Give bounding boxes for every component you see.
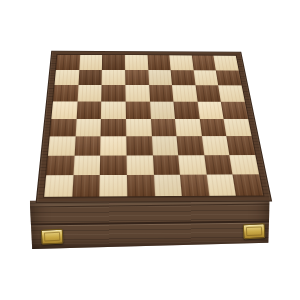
square-a3 <box>47 136 74 155</box>
square-h5 <box>221 101 248 118</box>
square-c8 <box>102 55 125 70</box>
square-f6 <box>172 85 197 101</box>
square-e7 <box>147 69 171 84</box>
square-f2 <box>178 155 206 175</box>
square-b8 <box>79 54 102 69</box>
square-c6 <box>101 85 125 101</box>
square-f4 <box>175 118 202 136</box>
square-f1 <box>180 174 209 195</box>
square-a5 <box>51 101 77 118</box>
square-h3 <box>226 136 255 155</box>
square-e8 <box>147 55 171 70</box>
chess-board <box>35 50 272 202</box>
square-d3 <box>126 136 152 155</box>
square-e5 <box>149 101 174 118</box>
square-a8 <box>55 54 79 69</box>
square-h8 <box>213 55 238 70</box>
square-c2 <box>99 155 126 175</box>
board-perspective-wrap <box>0 0 300 300</box>
square-b3 <box>74 136 101 155</box>
square-g7 <box>193 70 218 85</box>
square-f8 <box>169 55 193 70</box>
square-f3 <box>176 136 203 155</box>
square-e6 <box>148 85 173 101</box>
square-c5 <box>101 101 126 118</box>
square-a6 <box>52 85 77 101</box>
square-g4 <box>199 118 226 136</box>
square-d4 <box>125 118 151 136</box>
square-f7 <box>170 70 195 85</box>
square-h6 <box>218 85 244 101</box>
square-h4 <box>223 118 251 136</box>
square-b6 <box>77 85 102 101</box>
square-h2 <box>229 154 258 174</box>
square-g6 <box>195 85 221 101</box>
square-c4 <box>100 118 125 136</box>
square-b4 <box>75 118 101 136</box>
square-a7 <box>54 69 79 85</box>
square-d6 <box>125 85 149 101</box>
square-h1 <box>232 174 262 195</box>
square-d2 <box>126 155 153 175</box>
square-d5 <box>125 101 150 118</box>
square-a1 <box>44 175 73 196</box>
square-g8 <box>191 55 215 70</box>
square-g3 <box>201 136 229 155</box>
square-e4 <box>150 118 176 136</box>
square-c1 <box>99 175 127 196</box>
square-b5 <box>76 101 101 118</box>
square-c7 <box>101 69 125 84</box>
square-e3 <box>151 136 178 155</box>
square-d8 <box>124 55 147 70</box>
square-e1 <box>153 174 181 195</box>
square-b2 <box>73 155 100 175</box>
square-a4 <box>49 118 76 136</box>
square-c3 <box>100 136 126 155</box>
square-g1 <box>206 174 236 195</box>
square-a2 <box>46 155 74 175</box>
square-g2 <box>204 154 233 174</box>
square-g5 <box>197 101 223 118</box>
square-d1 <box>126 175 154 196</box>
square-b7 <box>78 69 102 85</box>
square-f5 <box>173 101 199 118</box>
board-grid <box>44 54 263 196</box>
square-e2 <box>152 155 180 175</box>
square-d7 <box>125 69 149 84</box>
product-photo-scene <box>0 0 300 300</box>
square-b1 <box>71 175 99 196</box>
square-h7 <box>216 70 242 85</box>
